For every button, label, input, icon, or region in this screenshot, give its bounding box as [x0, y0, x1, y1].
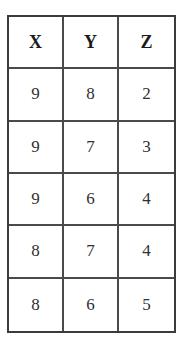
header-cell-x: X	[9, 17, 64, 69]
table-cell-r5-x: 8	[9, 279, 64, 331]
table-cell-r3-y: 6	[64, 174, 119, 226]
table-cell-r4-y: 7	[64, 226, 119, 278]
table-cell-r4-z: 4	[119, 226, 174, 278]
table-cell-r5-y: 6	[64, 279, 119, 331]
table-cell-r1-z: 2	[119, 69, 174, 121]
xyz-table: X Y Z 9 8 2 9 7 3 9 6 4 8 7 4 8 6 5	[7, 15, 176, 333]
header-cell-z: Z	[119, 17, 174, 69]
table-cell-r2-y: 7	[64, 122, 119, 174]
table-cell-r2-z: 3	[119, 122, 174, 174]
table-cell-r2-x: 9	[9, 122, 64, 174]
table-cell-r5-z: 5	[119, 279, 174, 331]
table-cell-r1-x: 9	[9, 69, 64, 121]
table-cell-r1-y: 8	[64, 69, 119, 121]
table-cell-r3-z: 4	[119, 174, 174, 226]
table-cell-r3-x: 9	[9, 174, 64, 226]
table-cell-r4-x: 8	[9, 226, 64, 278]
header-cell-y: Y	[64, 17, 119, 69]
